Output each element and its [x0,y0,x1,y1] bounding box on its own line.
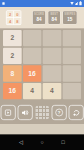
bottom-band [0,124,84,134]
android-nav-bar: ◁ ○ □ [0,134,84,150]
battery-icon [79,2,81,6]
header: 2 0 4 8 SCORE 84 BEST 84 SWIPES 15 [0,7,84,28]
swipes-label: SWIPES [64,13,75,16]
best-value: 84 [52,16,57,21]
sound-button[interactable] [17,105,32,120]
logo-digit: 2 [7,11,14,17]
app-logo-2048: 2 0 4 8 [6,10,21,25]
best-box: BEST 84 [48,11,60,24]
home-button[interactable]: ○ [40,139,43,144]
grid-icon [35,106,49,120]
tile-4: 4 [43,83,61,99]
logo-digit: 8 [14,18,21,24]
swipes-box: SWIPES 15 [63,11,77,24]
score-boxes: SCORE 84 BEST 84 SWIPES 15 [32,11,77,24]
undo-button[interactable] [68,105,83,120]
tile-16: 16 [23,65,41,81]
score-label: SCORE [34,13,44,16]
play-button[interactable] [0,105,15,120]
empty-cell [43,65,61,81]
phone-screen: 2 0 4 8 SCORE 84 BEST 84 SWIPES 15 22816… [0,0,84,150]
empty-cell [23,30,41,46]
empty-cell [62,65,80,81]
help-icon: ? [55,109,63,117]
empty-cell [23,48,41,64]
recents-button[interactable]: □ [61,139,64,144]
empty-cell [62,30,80,46]
logo-digit: 0 [14,11,21,17]
wifi-icon [70,2,73,5]
board[interactable]: 228161644 [0,28,84,101]
speaker-icon [21,108,29,116]
best-label: BEST [50,13,58,16]
empty-cell [43,48,61,64]
score-box: SCORE 84 [32,11,45,24]
empty-cell [43,30,61,46]
toolbar: ? [0,101,84,124]
swipes-value: 15 [67,16,72,21]
notification-icon [2,2,4,4]
tile-2: 2 [3,30,21,46]
empty-cell [62,83,80,99]
status-bar [0,0,84,7]
help-button[interactable]: ? [51,105,66,120]
undo-icon [72,108,80,116]
score-value: 84 [36,16,41,21]
help-glyph: ? [58,110,61,114]
signal-icon [75,2,78,5]
play-icon [4,108,12,116]
tile-2: 2 [3,48,21,64]
back-button[interactable]: ◁ [19,139,23,144]
empty-cell [62,48,80,64]
tile-4: 4 [23,83,41,99]
tile-16: 16 [3,83,21,99]
grid-button[interactable] [34,105,49,120]
logo-digit: 4 [7,18,14,24]
tile-8: 8 [3,65,21,81]
